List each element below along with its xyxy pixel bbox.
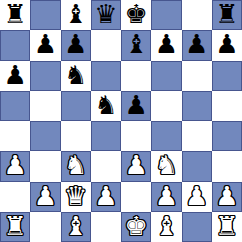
square-d1[interactable]: [91, 212, 121, 242]
white-queen-piece: ♛: [64, 183, 87, 209]
square-b5[interactable]: [30, 91, 60, 121]
black-knight-piece: ♞: [64, 62, 87, 88]
square-b2[interactable]: ♟: [30, 182, 60, 212]
square-e8[interactable]: ♚: [121, 0, 151, 30]
square-d4[interactable]: [91, 121, 121, 151]
square-f3[interactable]: ♞: [151, 151, 181, 181]
black-pawn-piece: ♟: [34, 31, 57, 57]
square-b4[interactable]: [30, 121, 60, 151]
square-a4[interactable]: [0, 121, 30, 151]
white-rook-piece: ♜: [3, 213, 26, 239]
square-g7[interactable]: ♟: [182, 30, 212, 60]
black-rook-piece: ♜: [3, 1, 26, 27]
white-pawn-piece: ♟: [3, 152, 26, 178]
square-b3[interactable]: [30, 151, 60, 181]
white-pawn-piece: ♟: [124, 152, 147, 178]
square-g3[interactable]: [182, 151, 212, 181]
white-king-piece: ♚: [124, 213, 147, 239]
square-e1[interactable]: ♚: [121, 212, 151, 242]
square-h8[interactable]: ♜: [212, 0, 242, 30]
black-pawn-piece: ♟: [155, 31, 178, 57]
square-e7[interactable]: ♝: [121, 30, 151, 60]
black-queen-piece: ♛: [94, 1, 117, 27]
square-d6[interactable]: [91, 61, 121, 91]
square-a2[interactable]: [0, 182, 30, 212]
chess-board: ♜♝♛♚♜♟♟♝♟♟♟♟♞♞♟♟♞♟♞♟♛♟♟♟♟♜♝♚♝♜: [0, 0, 242, 242]
square-f5[interactable]: [151, 91, 181, 121]
square-c1[interactable]: ♝: [61, 212, 91, 242]
square-c2[interactable]: ♛: [61, 182, 91, 212]
white-pawn-piece: ♟: [185, 183, 208, 209]
square-c6[interactable]: ♞: [61, 61, 91, 91]
square-e6[interactable]: [121, 61, 151, 91]
square-a7[interactable]: [0, 30, 30, 60]
square-e3[interactable]: ♟: [121, 151, 151, 181]
white-knight-piece: ♞: [155, 152, 178, 178]
square-c5[interactable]: [61, 91, 91, 121]
square-b6[interactable]: [30, 61, 60, 91]
white-pawn-piece: ♟: [155, 183, 178, 209]
square-h5[interactable]: [212, 91, 242, 121]
square-c8[interactable]: ♝: [61, 0, 91, 30]
white-rook-piece: ♜: [215, 213, 238, 239]
black-knight-piece: ♞: [94, 92, 117, 118]
square-g1[interactable]: [182, 212, 212, 242]
square-f6[interactable]: [151, 61, 181, 91]
square-d7[interactable]: [91, 30, 121, 60]
square-a6[interactable]: ♟: [0, 61, 30, 91]
square-f8[interactable]: [151, 0, 181, 30]
black-pawn-piece: ♟: [3, 62, 26, 88]
square-c7[interactable]: ♟: [61, 30, 91, 60]
square-h2[interactable]: ♟: [212, 182, 242, 212]
square-h7[interactable]: ♟: [212, 30, 242, 60]
square-e5[interactable]: ♟: [121, 91, 151, 121]
square-a3[interactable]: ♟: [0, 151, 30, 181]
white-bishop-piece: ♝: [155, 213, 178, 239]
square-d8[interactable]: ♛: [91, 0, 121, 30]
white-knight-piece: ♞: [64, 152, 87, 178]
white-bishop-piece: ♝: [64, 213, 87, 239]
square-a5[interactable]: [0, 91, 30, 121]
square-h1[interactable]: ♜: [212, 212, 242, 242]
black-bishop-piece: ♝: [124, 31, 147, 57]
square-f4[interactable]: [151, 121, 181, 151]
white-pawn-piece: ♟: [215, 183, 238, 209]
square-c3[interactable]: ♞: [61, 151, 91, 181]
black-rook-piece: ♜: [215, 1, 238, 27]
square-f2[interactable]: ♟: [151, 182, 181, 212]
square-d3[interactable]: [91, 151, 121, 181]
square-d2[interactable]: ♟: [91, 182, 121, 212]
black-pawn-piece: ♟: [185, 31, 208, 57]
square-e2[interactable]: [121, 182, 151, 212]
square-b7[interactable]: ♟: [30, 30, 60, 60]
square-b1[interactable]: [30, 212, 60, 242]
square-e4[interactable]: [121, 121, 151, 151]
square-b8[interactable]: [30, 0, 60, 30]
black-pawn-piece: ♟: [215, 31, 238, 57]
square-g4[interactable]: [182, 121, 212, 151]
square-g2[interactable]: ♟: [182, 182, 212, 212]
square-g6[interactable]: [182, 61, 212, 91]
black-pawn-piece: ♟: [124, 92, 147, 118]
black-bishop-piece: ♝: [64, 1, 87, 27]
square-f7[interactable]: ♟: [151, 30, 181, 60]
white-pawn-piece: ♟: [34, 183, 57, 209]
square-a8[interactable]: ♜: [0, 0, 30, 30]
square-d5[interactable]: ♞: [91, 91, 121, 121]
square-h3[interactable]: [212, 151, 242, 181]
black-king-piece: ♚: [124, 1, 147, 27]
square-g8[interactable]: [182, 0, 212, 30]
white-pawn-piece: ♟: [94, 183, 117, 209]
square-c4[interactable]: [61, 121, 91, 151]
square-h6[interactable]: [212, 61, 242, 91]
square-a1[interactable]: ♜: [0, 212, 30, 242]
square-f1[interactable]: ♝: [151, 212, 181, 242]
square-g5[interactable]: [182, 91, 212, 121]
black-pawn-piece: ♟: [64, 31, 87, 57]
square-h4[interactable]: [212, 121, 242, 151]
